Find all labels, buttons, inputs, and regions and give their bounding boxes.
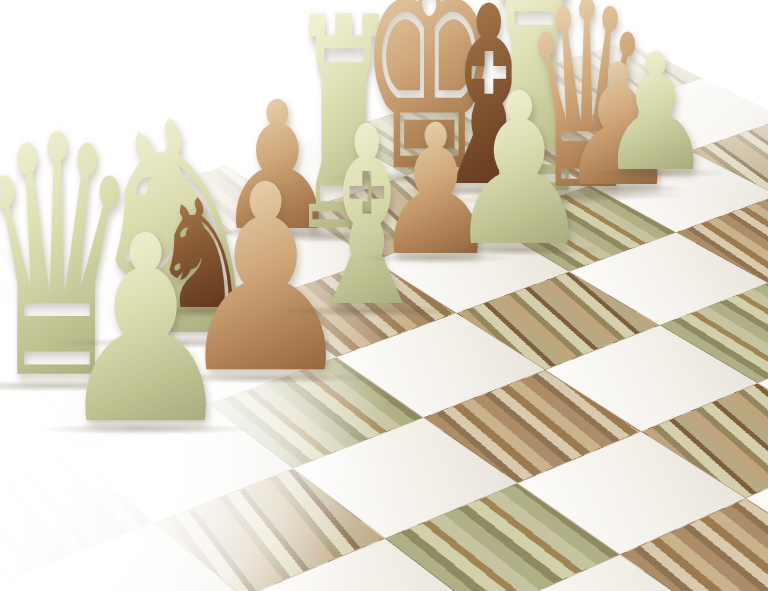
piece-light-pawn-f7: ♟ [379, 89, 659, 253]
pawn-glyph: ♟ [446, 89, 593, 253]
piece-light-pawn-a6: ♟ [0, 231, 318, 432]
pawn-glyph: ♟ [56, 231, 236, 432]
pieces-layer: ♟♜♚♝♜♛♟♟♛♞♞♟♝♟♟♟ [0, 0, 768, 591]
chess-set-photo: ♟♜♚♝♜♛♟♟♛♞♞♟♝♟♟♟ [0, 0, 768, 591]
